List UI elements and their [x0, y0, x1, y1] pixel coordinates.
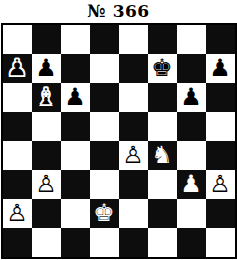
square-a7[interactable]: ♟ [3, 54, 32, 83]
square-g6[interactable]: ♟ [177, 83, 206, 112]
square-g3[interactable]: ♟ [177, 170, 206, 199]
square-b4[interactable] [32, 141, 61, 170]
black-pawn: ♟ [180, 83, 202, 112]
square-g8[interactable] [177, 25, 206, 54]
square-f5[interactable] [148, 112, 177, 141]
square-c7[interactable] [61, 54, 90, 83]
black-pawn: ♟ [6, 54, 28, 83]
black-king: ♚ [151, 54, 173, 83]
square-d1[interactable] [90, 228, 119, 257]
square-c3[interactable] [61, 170, 90, 199]
square-f8[interactable] [148, 25, 177, 54]
diagram-page: № 366 ♟♟♚♟♝♟♟♙♞♙♟♙♙♚ [0, 0, 237, 260]
square-e5[interactable] [119, 112, 148, 141]
square-d2[interactable]: ♚ [90, 199, 119, 228]
square-h4[interactable] [206, 141, 235, 170]
square-d6[interactable] [90, 83, 119, 112]
square-c5[interactable] [61, 112, 90, 141]
white-king: ♚ [93, 199, 115, 228]
square-e2[interactable] [119, 199, 148, 228]
square-a1[interactable] [3, 228, 32, 257]
square-h1[interactable] [206, 228, 235, 257]
square-f3[interactable] [148, 170, 177, 199]
square-b3[interactable]: ♙ [32, 170, 61, 199]
square-f4[interactable]: ♞ [148, 141, 177, 170]
square-a6[interactable] [3, 83, 32, 112]
square-a4[interactable] [3, 141, 32, 170]
square-f1[interactable] [148, 228, 177, 257]
square-h5[interactable] [206, 112, 235, 141]
black-bishop: ♝ [35, 83, 57, 112]
square-d7[interactable] [90, 54, 119, 83]
square-g4[interactable] [177, 141, 206, 170]
square-g5[interactable] [177, 112, 206, 141]
square-d4[interactable] [90, 141, 119, 170]
square-a2[interactable]: ♙ [3, 199, 32, 228]
white-pawn: ♙ [209, 170, 231, 199]
white-pawn: ♙ [122, 141, 144, 170]
square-c6[interactable]: ♟ [61, 83, 90, 112]
white-pawn: ♟ [180, 170, 202, 199]
black-pawn: ♟ [209, 54, 231, 83]
square-h2[interactable] [206, 199, 235, 228]
square-c2[interactable] [61, 199, 90, 228]
square-e4[interactable]: ♙ [119, 141, 148, 170]
square-b7[interactable]: ♟ [32, 54, 61, 83]
board: ♟♟♚♟♝♟♟♙♞♙♟♙♙♚ [1, 23, 237, 259]
square-d5[interactable] [90, 112, 119, 141]
square-f6[interactable] [148, 83, 177, 112]
square-e3[interactable] [119, 170, 148, 199]
square-c4[interactable] [61, 141, 90, 170]
square-d3[interactable] [90, 170, 119, 199]
square-b6[interactable]: ♝ [32, 83, 61, 112]
white-pawn: ♙ [35, 170, 57, 199]
square-e6[interactable] [119, 83, 148, 112]
white-knight: ♞ [151, 141, 173, 170]
black-pawn: ♟ [35, 54, 57, 83]
black-pawn: ♟ [64, 83, 86, 112]
square-a8[interactable] [3, 25, 32, 54]
square-c1[interactable] [61, 228, 90, 257]
square-h3[interactable]: ♙ [206, 170, 235, 199]
square-b2[interactable] [32, 199, 61, 228]
square-f2[interactable] [148, 199, 177, 228]
square-g7[interactable] [177, 54, 206, 83]
square-g1[interactable] [177, 228, 206, 257]
square-a3[interactable] [3, 170, 32, 199]
diagram-number: № 366 [0, 1, 237, 21]
square-h7[interactable]: ♟ [206, 54, 235, 83]
square-e1[interactable] [119, 228, 148, 257]
square-h6[interactable] [206, 83, 235, 112]
square-g2[interactable] [177, 199, 206, 228]
square-e8[interactable] [119, 25, 148, 54]
square-b5[interactable] [32, 112, 61, 141]
square-h8[interactable] [206, 25, 235, 54]
white-pawn: ♙ [6, 199, 28, 228]
square-b1[interactable] [32, 228, 61, 257]
square-e7[interactable] [119, 54, 148, 83]
square-f7[interactable]: ♚ [148, 54, 177, 83]
square-a5[interactable] [3, 112, 32, 141]
square-c8[interactable] [61, 25, 90, 54]
square-d8[interactable] [90, 25, 119, 54]
square-b8[interactable] [32, 25, 61, 54]
